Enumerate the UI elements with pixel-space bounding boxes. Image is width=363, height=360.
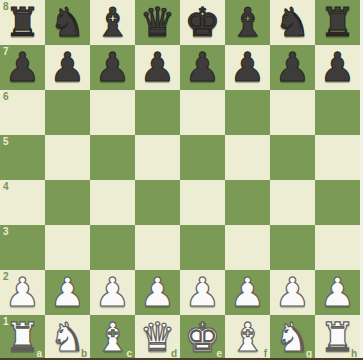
piece-white-bishop[interactable]: ♝ — [230, 315, 266, 360]
square-b3[interactable] — [45, 225, 90, 270]
square-g8[interactable]: ♞ — [270, 0, 315, 45]
piece-white-pawn[interactable]: ♟ — [275, 270, 311, 315]
square-h1[interactable]: h♜ — [315, 315, 360, 360]
square-b8[interactable]: ♞ — [45, 0, 90, 45]
square-b5[interactable] — [45, 135, 90, 180]
square-a4[interactable]: 4 — [0, 180, 45, 225]
square-g3[interactable] — [270, 225, 315, 270]
square-g5[interactable] — [270, 135, 315, 180]
piece-black-bishop[interactable]: ♝ — [95, 0, 131, 45]
square-f2[interactable]: ♟ — [225, 270, 270, 315]
piece-black-rook[interactable]: ♜ — [320, 0, 356, 45]
piece-white-queen[interactable]: ♛ — [140, 315, 176, 360]
square-b1[interactable]: b♞ — [45, 315, 90, 360]
piece-black-pawn[interactable]: ♟ — [50, 45, 86, 90]
chess-board: 8♜♞♝♛♚♝♞♜7♟♟♟♟♟♟♟♟65432♟♟♟♟♟♟♟♟1a♜b♞c♝d♛… — [0, 0, 360, 360]
piece-black-knight[interactable]: ♞ — [275, 0, 311, 45]
square-h7[interactable]: ♟ — [315, 45, 360, 90]
square-e3[interactable] — [180, 225, 225, 270]
piece-black-rook[interactable]: ♜ — [5, 0, 41, 45]
square-c3[interactable] — [90, 225, 135, 270]
square-h4[interactable] — [315, 180, 360, 225]
square-c7[interactable]: ♟ — [90, 45, 135, 90]
piece-black-pawn[interactable]: ♟ — [95, 45, 131, 90]
square-a6[interactable]: 6 — [0, 90, 45, 135]
square-h6[interactable] — [315, 90, 360, 135]
piece-white-knight[interactable]: ♞ — [275, 315, 311, 360]
piece-black-pawn[interactable]: ♟ — [5, 45, 41, 90]
square-c5[interactable] — [90, 135, 135, 180]
square-e1[interactable]: e♚ — [180, 315, 225, 360]
square-f6[interactable] — [225, 90, 270, 135]
square-a2[interactable]: 2♟ — [0, 270, 45, 315]
piece-black-knight[interactable]: ♞ — [50, 0, 86, 45]
piece-white-pawn[interactable]: ♟ — [5, 270, 41, 315]
piece-white-pawn[interactable]: ♟ — [230, 270, 266, 315]
piece-white-pawn[interactable]: ♟ — [185, 270, 221, 315]
square-e4[interactable] — [180, 180, 225, 225]
square-f4[interactable] — [225, 180, 270, 225]
square-d1[interactable]: d♛ — [135, 315, 180, 360]
square-f3[interactable] — [225, 225, 270, 270]
square-c2[interactable]: ♟ — [90, 270, 135, 315]
piece-white-pawn[interactable]: ♟ — [320, 270, 356, 315]
square-b4[interactable] — [45, 180, 90, 225]
square-a5[interactable]: 5 — [0, 135, 45, 180]
piece-black-king[interactable]: ♚ — [185, 0, 221, 45]
square-d8[interactable]: ♛ — [135, 0, 180, 45]
piece-black-pawn[interactable]: ♟ — [230, 45, 266, 90]
square-d6[interactable] — [135, 90, 180, 135]
square-b7[interactable]: ♟ — [45, 45, 90, 90]
piece-white-king[interactable]: ♚ — [185, 315, 221, 360]
square-a3[interactable]: 3 — [0, 225, 45, 270]
square-a8[interactable]: 8♜ — [0, 0, 45, 45]
square-e2[interactable]: ♟ — [180, 270, 225, 315]
piece-black-queen[interactable]: ♛ — [140, 0, 176, 45]
piece-black-bishop[interactable]: ♝ — [230, 0, 266, 45]
square-d3[interactable] — [135, 225, 180, 270]
square-d7[interactable]: ♟ — [135, 45, 180, 90]
piece-white-rook[interactable]: ♜ — [320, 315, 356, 360]
square-c8[interactable]: ♝ — [90, 0, 135, 45]
chess-app-screen: 8♜♞♝♛♚♝♞♜7♟♟♟♟♟♟♟♟65432♟♟♟♟♟♟♟♟1a♜b♞c♝d♛… — [0, 0, 363, 360]
rank-label-6: 6 — [3, 91, 9, 102]
square-f1[interactable]: f♝ — [225, 315, 270, 360]
square-h5[interactable] — [315, 135, 360, 180]
square-g2[interactable]: ♟ — [270, 270, 315, 315]
square-c4[interactable] — [90, 180, 135, 225]
piece-black-pawn[interactable]: ♟ — [185, 45, 221, 90]
piece-white-knight[interactable]: ♞ — [50, 315, 86, 360]
square-f8[interactable]: ♝ — [225, 0, 270, 45]
square-h2[interactable]: ♟ — [315, 270, 360, 315]
square-a1[interactable]: 1a♜ — [0, 315, 45, 360]
piece-black-pawn[interactable]: ♟ — [320, 45, 356, 90]
square-d4[interactable] — [135, 180, 180, 225]
piece-black-pawn[interactable]: ♟ — [140, 45, 176, 90]
square-a7[interactable]: 7♟ — [0, 45, 45, 90]
rank-label-3: 3 — [3, 226, 9, 237]
piece-white-bishop[interactable]: ♝ — [95, 315, 131, 360]
square-g6[interactable] — [270, 90, 315, 135]
square-e5[interactable] — [180, 135, 225, 180]
square-d5[interactable] — [135, 135, 180, 180]
square-c1[interactable]: c♝ — [90, 315, 135, 360]
square-g7[interactable]: ♟ — [270, 45, 315, 90]
square-e8[interactable]: ♚ — [180, 0, 225, 45]
square-e7[interactable]: ♟ — [180, 45, 225, 90]
square-h8[interactable]: ♜ — [315, 0, 360, 45]
square-e6[interactable] — [180, 90, 225, 135]
square-c6[interactable] — [90, 90, 135, 135]
square-d2[interactable]: ♟ — [135, 270, 180, 315]
square-b6[interactable] — [45, 90, 90, 135]
piece-white-pawn[interactable]: ♟ — [50, 270, 86, 315]
square-f5[interactable] — [225, 135, 270, 180]
square-h3[interactable] — [315, 225, 360, 270]
rank-label-4: 4 — [3, 181, 9, 192]
square-g4[interactable] — [270, 180, 315, 225]
piece-white-pawn[interactable]: ♟ — [140, 270, 176, 315]
piece-white-pawn[interactable]: ♟ — [95, 270, 131, 315]
square-g1[interactable]: g♞ — [270, 315, 315, 360]
piece-white-rook[interactable]: ♜ — [5, 315, 41, 360]
piece-black-pawn[interactable]: ♟ — [275, 45, 311, 90]
square-b2[interactable]: ♟ — [45, 270, 90, 315]
square-f7[interactable]: ♟ — [225, 45, 270, 90]
rank-label-5: 5 — [3, 136, 9, 147]
